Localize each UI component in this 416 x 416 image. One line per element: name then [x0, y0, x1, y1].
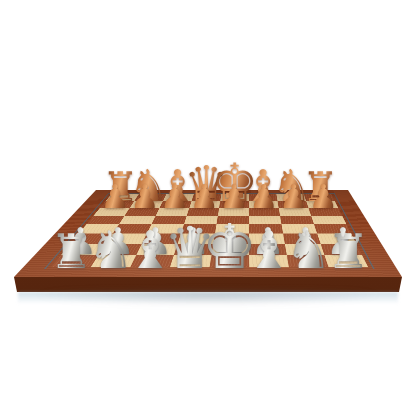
square-f5 — [249, 216, 282, 224]
square-g4 — [281, 224, 317, 233]
square-h7 — [306, 201, 338, 208]
square-d1 — [170, 255, 212, 267]
square-e2 — [212, 244, 250, 255]
square-f6 — [249, 208, 280, 216]
square-c6 — [156, 208, 190, 216]
square-b6 — [125, 208, 160, 216]
square-b1 — [90, 255, 136, 267]
square-c7 — [159, 201, 191, 208]
board-shadow — [30, 290, 386, 306]
square-f3 — [249, 234, 285, 244]
square-f4 — [249, 224, 283, 233]
square-f1 — [249, 255, 289, 267]
square-g6 — [279, 208, 311, 216]
square-h4 — [314, 224, 351, 233]
square-f7 — [249, 201, 279, 208]
square-c1 — [130, 255, 174, 267]
square-e6 — [218, 208, 249, 216]
square-h2 — [321, 244, 362, 255]
square-c5 — [151, 216, 186, 224]
square-g1 — [287, 255, 329, 267]
square-e5 — [216, 216, 249, 224]
square-d7 — [189, 201, 220, 208]
square-e7 — [219, 201, 249, 208]
chess-set-photo: ♜♞♝♛♚♝♞♜♟♟♟♟♟♟♟♟♟♟♟♟♟♟♟♟♜♞♝♛♚♝♞♜ — [0, 0, 416, 416]
square-c3 — [142, 234, 181, 244]
square-e1 — [210, 255, 250, 267]
square-b4 — [113, 224, 152, 233]
square-g2 — [285, 244, 325, 255]
square-c2 — [136, 244, 177, 255]
square-e4 — [215, 224, 249, 233]
square-d2 — [174, 244, 213, 255]
square-d5 — [184, 216, 218, 224]
square-c4 — [147, 224, 184, 233]
square-h3 — [317, 234, 356, 244]
square-e3 — [213, 234, 249, 244]
square-f8 — [249, 194, 278, 201]
square-b3 — [106, 234, 147, 244]
square-g5 — [280, 216, 314, 224]
square-d8 — [192, 194, 222, 201]
square-g8 — [276, 194, 306, 201]
square-c8 — [163, 194, 194, 201]
square-d4 — [181, 224, 217, 233]
square-g7 — [277, 201, 308, 208]
chess-board — [14, 190, 402, 277]
square-h1 — [324, 255, 368, 267]
square-f2 — [249, 244, 287, 255]
square-b8 — [134, 194, 166, 201]
square-b2 — [99, 244, 142, 255]
square-b5 — [119, 216, 156, 224]
square-d3 — [178, 234, 215, 244]
square-h5 — [311, 216, 346, 224]
square-e8 — [220, 194, 249, 201]
square-d6 — [187, 208, 219, 216]
square-b7 — [130, 201, 163, 208]
square-h6 — [309, 208, 343, 216]
square-h8 — [304, 194, 335, 201]
square-g3 — [283, 234, 320, 244]
